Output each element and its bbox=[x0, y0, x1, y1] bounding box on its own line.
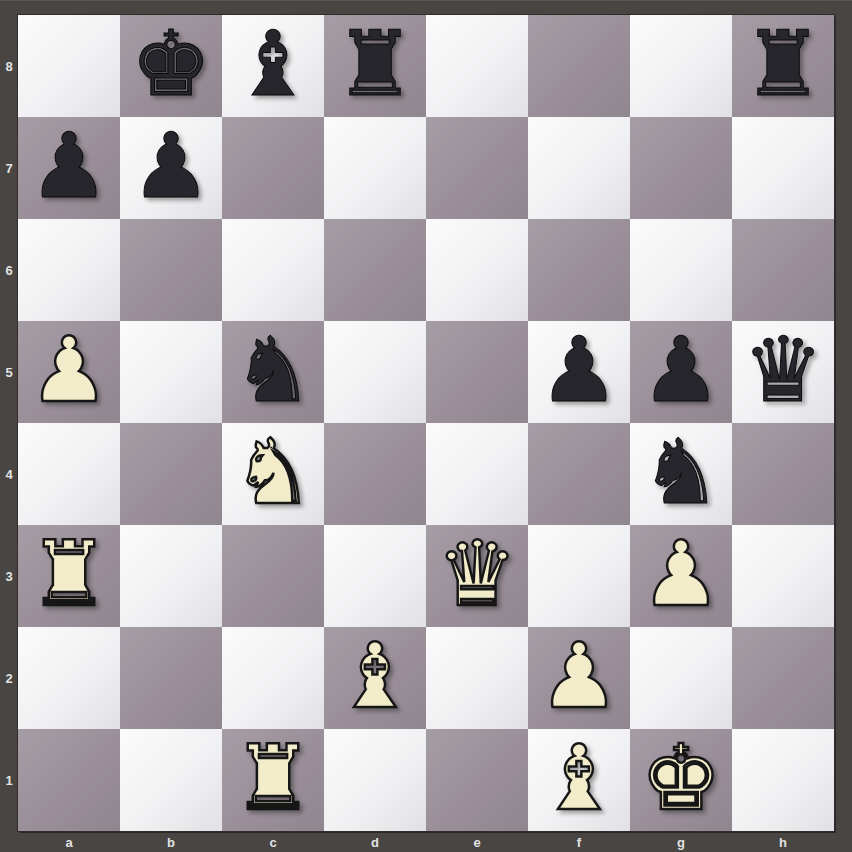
square-a4[interactable] bbox=[18, 423, 120, 525]
square-g2[interactable] bbox=[630, 627, 732, 729]
square-d2[interactable]: ♝ bbox=[324, 627, 426, 729]
piece-black-pawn[interactable]: ♟ bbox=[641, 325, 722, 415]
rank-label-8: 8 bbox=[0, 15, 18, 117]
square-d5[interactable] bbox=[324, 321, 426, 423]
square-e4[interactable] bbox=[426, 423, 528, 525]
square-c3[interactable] bbox=[222, 525, 324, 627]
square-c2[interactable] bbox=[222, 627, 324, 729]
rank-label-2: 2 bbox=[0, 627, 18, 729]
rank-labels: 87654321 bbox=[0, 15, 18, 831]
square-f2[interactable]: ♟ bbox=[528, 627, 630, 729]
square-a7[interactable]: ♟ bbox=[18, 117, 120, 219]
piece-black-pawn[interactable]: ♟ bbox=[29, 121, 110, 211]
rank-label-5: 5 bbox=[0, 321, 18, 423]
square-b2[interactable] bbox=[120, 627, 222, 729]
square-a3[interactable]: ♜ bbox=[18, 525, 120, 627]
square-g8[interactable] bbox=[630, 15, 732, 117]
chessboard-grid: ♚♝♜♜♟♟♟♞♟♟♛♞♞♜♛♟♝♟♜♝♚ bbox=[18, 15, 834, 831]
file-labels: abcdefgh bbox=[18, 831, 834, 852]
rank-label-1: 1 bbox=[0, 729, 18, 831]
square-c1[interactable]: ♜ bbox=[222, 729, 324, 831]
rank-label-6: 6 bbox=[0, 219, 18, 321]
square-e5[interactable] bbox=[426, 321, 528, 423]
square-f6[interactable] bbox=[528, 219, 630, 321]
piece-black-rook[interactable]: ♜ bbox=[335, 19, 416, 109]
piece-white-king[interactable]: ♚ bbox=[641, 733, 722, 823]
square-a5[interactable]: ♟ bbox=[18, 321, 120, 423]
square-b8[interactable]: ♚ bbox=[120, 15, 222, 117]
square-e8[interactable] bbox=[426, 15, 528, 117]
piece-black-knight[interactable]: ♞ bbox=[233, 325, 314, 415]
square-g3[interactable]: ♟ bbox=[630, 525, 732, 627]
square-b7[interactable]: ♟ bbox=[120, 117, 222, 219]
square-h6[interactable] bbox=[732, 219, 834, 321]
square-d3[interactable] bbox=[324, 525, 426, 627]
square-d7[interactable] bbox=[324, 117, 426, 219]
piece-black-queen[interactable]: ♛ bbox=[743, 325, 824, 415]
square-f4[interactable] bbox=[528, 423, 630, 525]
file-label-b: b bbox=[120, 831, 222, 852]
square-f7[interactable] bbox=[528, 117, 630, 219]
square-f1[interactable]: ♝ bbox=[528, 729, 630, 831]
piece-white-pawn[interactable]: ♟ bbox=[539, 631, 620, 721]
chessboard: 87654321 ♚♝♜♜♟♟♟♞♟♟♛♞♞♜♛♟♝♟♜♝♚ abcdefgh bbox=[0, 0, 852, 852]
square-h7[interactable] bbox=[732, 117, 834, 219]
piece-white-rook[interactable]: ♜ bbox=[29, 529, 110, 619]
square-b1[interactable] bbox=[120, 729, 222, 831]
square-a1[interactable] bbox=[18, 729, 120, 831]
square-h1[interactable] bbox=[732, 729, 834, 831]
square-d6[interactable] bbox=[324, 219, 426, 321]
square-g6[interactable] bbox=[630, 219, 732, 321]
file-label-a: a bbox=[18, 831, 120, 852]
piece-white-bishop[interactable]: ♝ bbox=[539, 733, 620, 823]
piece-black-bishop[interactable]: ♝ bbox=[233, 19, 314, 109]
square-g1[interactable]: ♚ bbox=[630, 729, 732, 831]
file-label-g: g bbox=[630, 831, 732, 852]
square-c4[interactable]: ♞ bbox=[222, 423, 324, 525]
piece-black-rook[interactable]: ♜ bbox=[743, 19, 824, 109]
square-h4[interactable] bbox=[732, 423, 834, 525]
square-d1[interactable] bbox=[324, 729, 426, 831]
piece-black-pawn[interactable]: ♟ bbox=[539, 325, 620, 415]
square-c8[interactable]: ♝ bbox=[222, 15, 324, 117]
file-label-f: f bbox=[528, 831, 630, 852]
square-e3[interactable]: ♛ bbox=[426, 525, 528, 627]
square-e7[interactable] bbox=[426, 117, 528, 219]
piece-white-knight[interactable]: ♞ bbox=[233, 427, 314, 517]
square-d4[interactable] bbox=[324, 423, 426, 525]
piece-white-rook[interactable]: ♜ bbox=[233, 733, 314, 823]
piece-white-pawn[interactable]: ♟ bbox=[641, 529, 722, 619]
square-e6[interactable] bbox=[426, 219, 528, 321]
piece-white-queen[interactable]: ♛ bbox=[437, 529, 518, 619]
square-b4[interactable] bbox=[120, 423, 222, 525]
rank-label-4: 4 bbox=[0, 423, 18, 525]
square-c6[interactable] bbox=[222, 219, 324, 321]
piece-black-pawn[interactable]: ♟ bbox=[131, 121, 212, 211]
piece-white-bishop[interactable]: ♝ bbox=[335, 631, 416, 721]
file-label-d: d bbox=[324, 831, 426, 852]
square-d8[interactable]: ♜ bbox=[324, 15, 426, 117]
square-g4[interactable]: ♞ bbox=[630, 423, 732, 525]
square-b6[interactable] bbox=[120, 219, 222, 321]
square-b3[interactable] bbox=[120, 525, 222, 627]
square-g5[interactable]: ♟ bbox=[630, 321, 732, 423]
file-label-e: e bbox=[426, 831, 528, 852]
piece-white-pawn[interactable]: ♟ bbox=[29, 325, 110, 415]
square-f8[interactable] bbox=[528, 15, 630, 117]
piece-black-knight[interactable]: ♞ bbox=[641, 427, 722, 517]
square-h8[interactable]: ♜ bbox=[732, 15, 834, 117]
rank-label-7: 7 bbox=[0, 117, 18, 219]
file-label-c: c bbox=[222, 831, 324, 852]
square-f3[interactable] bbox=[528, 525, 630, 627]
square-a6[interactable] bbox=[18, 219, 120, 321]
square-f5[interactable]: ♟ bbox=[528, 321, 630, 423]
square-h3[interactable] bbox=[732, 525, 834, 627]
rank-label-3: 3 bbox=[0, 525, 18, 627]
square-c7[interactable] bbox=[222, 117, 324, 219]
square-e1[interactable] bbox=[426, 729, 528, 831]
square-e2[interactable] bbox=[426, 627, 528, 729]
piece-black-king[interactable]: ♚ bbox=[131, 19, 212, 109]
square-a8[interactable] bbox=[18, 15, 120, 117]
square-g7[interactable] bbox=[630, 117, 732, 219]
square-h5[interactable]: ♛ bbox=[732, 321, 834, 423]
square-a2[interactable] bbox=[18, 627, 120, 729]
square-c5[interactable]: ♞ bbox=[222, 321, 324, 423]
file-label-h: h bbox=[732, 831, 834, 852]
square-h2[interactable] bbox=[732, 627, 834, 729]
square-b5[interactable] bbox=[120, 321, 222, 423]
